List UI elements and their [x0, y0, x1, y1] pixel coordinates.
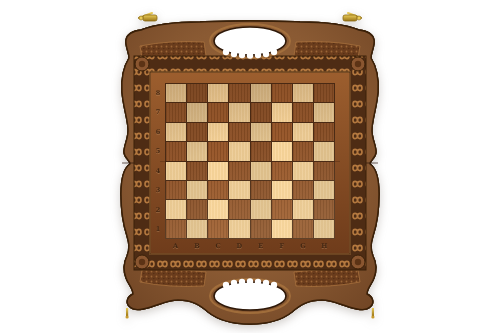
carved-panel-bottom-right	[294, 269, 360, 286]
square-h1[interactable]	[314, 220, 334, 238]
square-c8[interactable]	[208, 84, 228, 102]
square-d2[interactable]	[229, 200, 249, 218]
rank-label-8: 8	[152, 83, 164, 103]
square-h4[interactable]	[314, 162, 334, 180]
square-c6[interactable]	[208, 123, 228, 141]
square-d1[interactable]	[229, 220, 249, 238]
corner-medallion-bottom-right	[351, 255, 365, 269]
square-h8[interactable]	[314, 84, 334, 102]
square-e2[interactable]	[251, 200, 271, 218]
square-b5[interactable]	[187, 142, 207, 160]
square-h3[interactable]	[314, 181, 334, 199]
square-f8[interactable]	[272, 84, 292, 102]
rank-label-2: 2	[152, 200, 164, 220]
square-f1[interactable]	[272, 220, 292, 238]
square-c4[interactable]	[208, 162, 228, 180]
brass-latch-left[interactable]	[139, 13, 157, 21]
square-b6[interactable]	[187, 123, 207, 141]
rank-label-5: 5	[152, 142, 164, 162]
square-e6[interactable]	[251, 123, 271, 141]
square-h5[interactable]	[314, 142, 334, 160]
photo-canvas: 87654321 ABCDEFGH	[0, 0, 500, 333]
square-d5[interactable]	[229, 142, 249, 160]
square-h6[interactable]	[314, 123, 334, 141]
square-a7[interactable]	[166, 103, 186, 121]
square-e8[interactable]	[251, 84, 271, 102]
square-d6[interactable]	[229, 123, 249, 141]
corner-medallion-top-right	[351, 57, 365, 71]
file-label-f: F	[271, 240, 292, 252]
file-label-d: D	[229, 240, 250, 252]
square-d4[interactable]	[229, 162, 249, 180]
square-e3[interactable]	[251, 181, 271, 199]
square-f7[interactable]	[272, 103, 292, 121]
square-g3[interactable]	[293, 181, 313, 199]
square-f6[interactable]	[272, 123, 292, 141]
file-label-e: E	[250, 240, 271, 252]
file-labels: ABCDEFGH	[165, 240, 335, 252]
file-label-c: C	[208, 240, 229, 252]
corner-medallion-bottom-left	[135, 255, 149, 269]
square-b4[interactable]	[187, 162, 207, 180]
square-a8[interactable]	[166, 84, 186, 102]
file-label-h: H	[314, 240, 335, 252]
brass-latch-right[interactable]	[343, 13, 361, 21]
square-f5[interactable]	[272, 142, 292, 160]
square-c7[interactable]	[208, 103, 228, 121]
square-b1[interactable]	[187, 220, 207, 238]
square-a6[interactable]	[166, 123, 186, 141]
square-c3[interactable]	[208, 181, 228, 199]
square-g2[interactable]	[293, 200, 313, 218]
square-c2[interactable]	[208, 200, 228, 218]
carved-panel-bottom-left	[140, 269, 206, 286]
square-d8[interactable]	[229, 84, 249, 102]
file-label-a: A	[165, 240, 186, 252]
rank-label-3: 3	[152, 181, 164, 201]
square-g7[interactable]	[293, 103, 313, 121]
hinge-pin-right	[371, 308, 374, 319]
square-a5[interactable]	[166, 142, 186, 160]
square-g5[interactable]	[293, 142, 313, 160]
square-a3[interactable]	[166, 181, 186, 199]
square-g6[interactable]	[293, 123, 313, 141]
square-f2[interactable]	[272, 200, 292, 218]
rank-label-6: 6	[152, 122, 164, 142]
square-g1[interactable]	[293, 220, 313, 238]
rank-label-7: 7	[152, 103, 164, 123]
square-d3[interactable]	[229, 181, 249, 199]
square-e5[interactable]	[251, 142, 271, 160]
bottom-handle-cutout[interactable]	[210, 278, 290, 313]
square-c1[interactable]	[208, 220, 228, 238]
file-label-g: G	[293, 240, 314, 252]
square-c5[interactable]	[208, 142, 228, 160]
top-handle-cutout[interactable]	[210, 24, 290, 59]
corner-medallion-top-left	[135, 57, 149, 71]
square-e7[interactable]	[251, 103, 271, 121]
square-b8[interactable]	[187, 84, 207, 102]
hinge-pin-left	[126, 308, 129, 319]
rank-label-4: 4	[152, 161, 164, 181]
square-e4[interactable]	[251, 162, 271, 180]
square-b7[interactable]	[187, 103, 207, 121]
square-h2[interactable]	[314, 200, 334, 218]
square-d7[interactable]	[229, 103, 249, 121]
rank-label-1: 1	[152, 220, 164, 240]
rank-labels: 87654321	[152, 83, 164, 239]
square-b3[interactable]	[187, 181, 207, 199]
square-a4[interactable]	[166, 162, 186, 180]
square-f4[interactable]	[272, 162, 292, 180]
square-e1[interactable]	[251, 220, 271, 238]
square-h7[interactable]	[314, 103, 334, 121]
square-a2[interactable]	[166, 200, 186, 218]
square-f3[interactable]	[272, 181, 292, 199]
square-g4[interactable]	[293, 162, 313, 180]
chess-board-grid[interactable]	[165, 83, 335, 239]
file-label-b: B	[186, 240, 207, 252]
square-g8[interactable]	[293, 84, 313, 102]
square-b2[interactable]	[187, 200, 207, 218]
square-a1[interactable]	[166, 220, 186, 238]
